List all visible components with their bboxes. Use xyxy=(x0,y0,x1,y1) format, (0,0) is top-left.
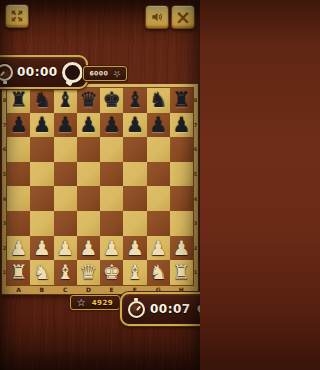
square-a4[interactable] xyxy=(7,186,30,211)
square-b1[interactable]: ♞ xyxy=(30,260,53,285)
square-c4[interactable] xyxy=(54,186,77,211)
square-e1[interactable]: ♚ xyxy=(100,260,123,285)
rank-label-5: 5 xyxy=(193,162,198,187)
piece-black-knight: ♞ xyxy=(149,90,167,110)
square-h2[interactable]: ♟ xyxy=(170,236,193,261)
square-h6[interactable] xyxy=(170,137,193,162)
square-e7[interactable]: ♟ xyxy=(100,113,123,138)
white-player-panel: 00:07 ♚ xyxy=(120,292,200,326)
rank-labels-right: 87654321 xyxy=(193,88,198,285)
chess-board: 87654321 ♜♞♝♛♚♝♞♜♟♟♟♟♟♟♟♟♟♟♟♟♟♟♟♟♜♞♝♛♚♝♞… xyxy=(2,84,198,294)
close-button[interactable]: × xyxy=(171,5,195,29)
square-c1[interactable]: ♝ xyxy=(54,260,77,285)
black-player-timer: 00:00 xyxy=(17,65,58,79)
piece-white-bishop: ♝ xyxy=(126,262,144,282)
piece-black-pawn: ♟ xyxy=(149,115,167,135)
square-f1[interactable]: ♝ xyxy=(123,260,146,285)
sound-button[interactable] xyxy=(145,5,169,29)
piece-black-pawn: ♟ xyxy=(33,115,51,135)
piece-white-pawn: ♟ xyxy=(172,238,190,258)
fullscreen-button[interactable] xyxy=(5,4,29,28)
piece-black-rook: ♜ xyxy=(10,90,28,110)
piece-black-pawn: ♟ xyxy=(126,115,144,135)
rank-label-1: 1 xyxy=(193,260,198,285)
square-g3[interactable] xyxy=(147,211,170,236)
piece-black-pawn: ♟ xyxy=(10,115,28,135)
rank-label-7: 7 xyxy=(193,113,198,138)
square-d1[interactable]: ♛ xyxy=(77,260,100,285)
piece-black-pawn: ♟ xyxy=(172,115,190,135)
square-b8[interactable]: ♞ xyxy=(30,88,53,113)
piece-black-bishop: ♝ xyxy=(126,90,144,110)
square-g2[interactable]: ♟ xyxy=(147,236,170,261)
square-h4[interactable] xyxy=(170,186,193,211)
file-label-c: C xyxy=(54,285,77,294)
square-e8[interactable]: ♚ xyxy=(100,88,123,113)
square-a6[interactable] xyxy=(7,137,30,162)
square-a7[interactable]: ♟ xyxy=(7,113,30,138)
square-g8[interactable]: ♞ xyxy=(147,88,170,113)
rank-label-8: 8 xyxy=(193,88,198,113)
white-player-score: 4929 xyxy=(92,299,113,307)
square-b6[interactable] xyxy=(30,137,53,162)
piece-white-pawn: ♟ xyxy=(10,238,28,258)
rank-label-2: 2 xyxy=(193,236,198,261)
piece-white-rook: ♜ xyxy=(172,262,190,282)
file-label-a: A xyxy=(7,285,30,294)
square-b5[interactable] xyxy=(30,162,53,187)
rank-label-3: 3 xyxy=(193,211,198,236)
black-player-score: 0009 xyxy=(89,70,108,77)
board-grid: ♜♞♝♛♚♝♞♜♟♟♟♟♟♟♟♟♟♟♟♟♟♟♟♟♜♞♝♛♚♝♞♜ xyxy=(7,88,193,285)
piece-white-knight: ♞ xyxy=(33,262,51,282)
file-label-b: B xyxy=(30,285,53,294)
piece-black-pawn: ♟ xyxy=(79,115,97,135)
black-score-panel: 0009 ☆ xyxy=(83,66,127,81)
square-a1[interactable]: ♜ xyxy=(7,260,30,285)
piece-black-knight: ♞ xyxy=(33,90,51,110)
square-d6[interactable] xyxy=(77,137,100,162)
square-e5[interactable] xyxy=(100,162,123,187)
square-c3[interactable] xyxy=(54,211,77,236)
piece-white-king: ♚ xyxy=(103,262,121,282)
rank-label-4: 4 xyxy=(193,186,198,211)
piece-white-knight: ♞ xyxy=(149,262,167,282)
piece-white-bishop: ♝ xyxy=(56,262,74,282)
close-icon: × xyxy=(175,8,191,27)
square-a2[interactable]: ♟ xyxy=(7,236,30,261)
square-c7[interactable]: ♟ xyxy=(54,113,77,138)
piece-white-pawn: ♟ xyxy=(149,238,167,258)
star-icon: ☆ xyxy=(113,69,121,78)
piece-black-pawn: ♟ xyxy=(56,115,74,135)
square-f8[interactable]: ♝ xyxy=(123,88,146,113)
square-g1[interactable]: ♞ xyxy=(147,260,170,285)
piece-black-queen: ♛ xyxy=(79,90,97,110)
square-e3[interactable] xyxy=(100,211,123,236)
square-f3[interactable] xyxy=(123,211,146,236)
piece-white-pawn: ♟ xyxy=(56,238,74,258)
square-d8[interactable]: ♛ xyxy=(77,88,100,113)
square-f4[interactable] xyxy=(123,186,146,211)
square-b3[interactable] xyxy=(30,211,53,236)
square-f7[interactable]: ♟ xyxy=(123,113,146,138)
white-king-icon: ♚ xyxy=(196,300,200,319)
speaker-on-icon xyxy=(150,10,164,24)
square-d3[interactable] xyxy=(77,211,100,236)
square-f2[interactable]: ♟ xyxy=(123,236,146,261)
square-d2[interactable]: ♟ xyxy=(77,236,100,261)
fullscreen-expand-icon xyxy=(10,9,24,23)
square-h7[interactable]: ♟ xyxy=(170,113,193,138)
square-e4[interactable] xyxy=(100,186,123,211)
square-a8[interactable]: ♜ xyxy=(7,88,30,113)
square-a3[interactable] xyxy=(7,211,30,236)
square-b7[interactable]: ♟ xyxy=(30,113,53,138)
square-b2[interactable]: ♟ xyxy=(30,236,53,261)
square-c8[interactable]: ♝ xyxy=(54,88,77,113)
piece-white-pawn: ♟ xyxy=(33,238,51,258)
piece-white-pawn: ♟ xyxy=(126,238,144,258)
square-e2[interactable]: ♟ xyxy=(100,236,123,261)
square-g7[interactable]: ♟ xyxy=(147,113,170,138)
square-b4[interactable] xyxy=(30,186,53,211)
black-player-badge-icon xyxy=(62,62,83,83)
square-d7[interactable]: ♟ xyxy=(77,113,100,138)
piece-black-bishop: ♝ xyxy=(56,90,74,110)
square-g5[interactable] xyxy=(147,162,170,187)
piece-white-pawn: ♟ xyxy=(79,238,97,258)
square-a5[interactable] xyxy=(7,162,30,187)
square-h5[interactable] xyxy=(170,162,193,187)
file-label-d: D xyxy=(77,285,100,294)
stopwatch-icon xyxy=(0,64,13,81)
square-e6[interactable] xyxy=(100,137,123,162)
square-c2[interactable]: ♟ xyxy=(54,236,77,261)
square-h1[interactable]: ♜ xyxy=(170,260,193,285)
square-g4[interactable] xyxy=(147,186,170,211)
star-icon: ☆ xyxy=(77,298,86,308)
square-h3[interactable] xyxy=(170,211,193,236)
rank-label-6: 6 xyxy=(193,137,198,162)
square-d5[interactable] xyxy=(77,162,100,187)
square-f5[interactable] xyxy=(123,162,146,187)
square-g6[interactable] xyxy=(147,137,170,162)
piece-black-king: ♚ xyxy=(103,90,121,110)
stopwatch-icon xyxy=(128,301,145,318)
white-player-timer: 00:07 xyxy=(150,302,191,316)
piece-black-rook: ♜ xyxy=(172,90,190,110)
piece-white-rook: ♜ xyxy=(10,262,28,282)
white-score-panel: ☆ 4929 xyxy=(70,295,120,310)
piece-white-queen: ♛ xyxy=(79,262,97,282)
black-player-panel: 00:00 xyxy=(0,55,88,89)
square-c5[interactable] xyxy=(54,162,77,187)
square-f6[interactable] xyxy=(123,137,146,162)
piece-black-pawn: ♟ xyxy=(103,115,121,135)
square-d4[interactable] xyxy=(77,186,100,211)
square-h8[interactable]: ♜ xyxy=(170,88,193,113)
piece-white-pawn: ♟ xyxy=(103,238,121,258)
square-c6[interactable] xyxy=(54,137,77,162)
file-label-e: E xyxy=(100,285,123,294)
